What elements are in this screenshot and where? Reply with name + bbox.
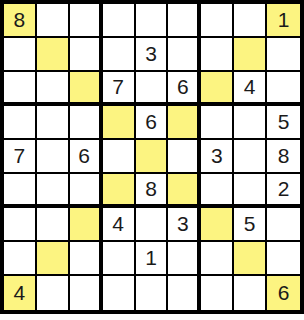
cell-r6c7[interactable] [201,174,234,208]
cell-r9c8[interactable] [234,276,267,310]
cell-r3c7[interactable] [201,72,234,106]
cell-r9c9[interactable]: 6 [267,276,300,310]
cell-r1c1[interactable]: 8 [4,4,37,38]
cell-r5c3[interactable]: 6 [70,140,103,174]
cell-r6c8[interactable] [234,174,267,208]
cell-r4c5[interactable]: 6 [136,106,169,140]
cell-r7c5[interactable] [136,208,169,242]
cell-r2c6[interactable] [168,38,201,72]
cell-r4c3[interactable] [70,106,103,140]
cell-r8c8[interactable] [234,242,267,276]
cell-r5c2[interactable] [37,140,70,174]
cell-r7c4[interactable]: 4 [103,208,136,242]
cell-r6c9[interactable]: 2 [267,174,300,208]
cell-r3c3[interactable] [70,72,103,106]
cell-r1c4[interactable] [103,4,136,38]
cell-r4c8[interactable] [234,106,267,140]
cell-r6c5[interactable]: 8 [136,174,169,208]
cell-r8c4[interactable] [103,242,136,276]
cell-r4c7[interactable] [201,106,234,140]
cell-r7c2[interactable] [37,208,70,242]
cell-r7c6[interactable]: 3 [168,208,201,242]
cell-r7c9[interactable] [267,208,300,242]
cell-r9c2[interactable] [37,276,70,310]
cell-r1c6[interactable] [168,4,201,38]
cell-r5c4[interactable] [103,140,136,174]
cell-r4c4[interactable] [103,106,136,140]
cell-r4c2[interactable] [37,106,70,140]
cell-r5c6[interactable] [168,140,201,174]
cell-r6c1[interactable] [4,174,37,208]
cell-r1c8[interactable] [234,4,267,38]
cell-r3c4[interactable]: 7 [103,72,136,106]
cell-r1c3[interactable] [70,4,103,38]
cell-r6c6[interactable] [168,174,201,208]
cell-r5c7[interactable]: 3 [201,140,234,174]
cell-r7c3[interactable] [70,208,103,242]
cell-r7c1[interactable] [4,208,37,242]
cell-r1c9[interactable]: 1 [267,4,300,38]
cell-r2c5[interactable]: 3 [136,38,169,72]
cell-r9c1[interactable]: 4 [4,276,37,310]
cell-r7c7[interactable] [201,208,234,242]
cell-r2c2[interactable] [37,38,70,72]
cell-r3c2[interactable] [37,72,70,106]
cell-r9c5[interactable] [136,276,169,310]
cell-r6c3[interactable] [70,174,103,208]
cell-r5c9[interactable]: 8 [267,140,300,174]
cell-r4c1[interactable] [4,106,37,140]
cell-r8c7[interactable] [201,242,234,276]
cell-r8c1[interactable] [4,242,37,276]
cell-r8c3[interactable] [70,242,103,276]
cell-r6c2[interactable] [37,174,70,208]
cell-r9c6[interactable] [168,276,201,310]
cell-r9c4[interactable] [103,276,136,310]
cell-r9c3[interactable] [70,276,103,310]
cell-r2c7[interactable] [201,38,234,72]
cell-r8c2[interactable] [37,242,70,276]
page: 81376465763882435146 [0,0,304,320]
cell-r3c9[interactable] [267,72,300,106]
cell-r5c8[interactable] [234,140,267,174]
cell-r1c7[interactable] [201,4,234,38]
cell-r4c9[interactable]: 5 [267,106,300,140]
cell-r5c5[interactable] [136,140,169,174]
cell-r3c5[interactable] [136,72,169,106]
cell-r5c1[interactable]: 7 [4,140,37,174]
cell-r7c8[interactable]: 5 [234,208,267,242]
cell-r6c4[interactable] [103,174,136,208]
cell-r2c9[interactable] [267,38,300,72]
cell-r3c8[interactable]: 4 [234,72,267,106]
cell-r2c3[interactable] [70,38,103,72]
cell-r9c7[interactable] [201,276,234,310]
cell-r2c1[interactable] [4,38,37,72]
cell-r8c9[interactable] [267,242,300,276]
cell-r8c5[interactable]: 1 [136,242,169,276]
sudoku-board: 81376465763882435146 [0,0,304,314]
cell-r8c6[interactable] [168,242,201,276]
cell-r1c5[interactable] [136,4,169,38]
cell-r2c4[interactable] [103,38,136,72]
cell-r2c8[interactable] [234,38,267,72]
cell-r1c2[interactable] [37,4,70,38]
cell-r4c6[interactable] [168,106,201,140]
cell-r3c1[interactable] [4,72,37,106]
cell-r3c6[interactable]: 6 [168,72,201,106]
